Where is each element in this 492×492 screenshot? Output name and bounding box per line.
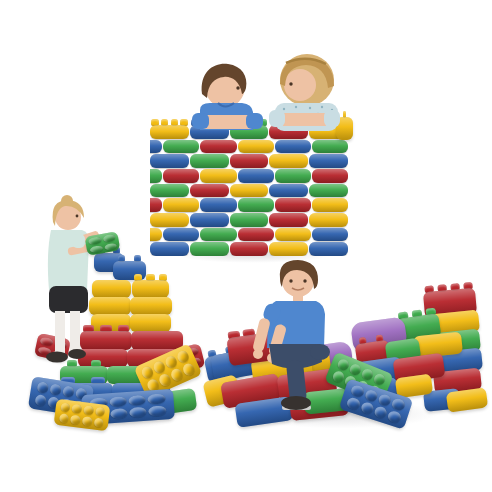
brick-red	[166, 343, 206, 375]
tower-girl-eye	[76, 215, 79, 218]
stud-dots	[140, 349, 195, 393]
wall-girl-eye	[289, 82, 292, 85]
wall-brick-green	[230, 213, 269, 227]
wall-brick-red	[230, 242, 269, 256]
stud-dot	[49, 383, 62, 396]
wall-brick-green	[200, 228, 236, 242]
stud-tab	[437, 284, 447, 292]
brick-purple	[350, 316, 408, 353]
wall-brick-red	[190, 184, 229, 198]
stud-dot	[181, 362, 196, 377]
wall-brick-red	[163, 169, 199, 183]
tower-girl-shorts	[49, 286, 88, 313]
brick-yellow	[134, 343, 203, 398]
stud-tab	[412, 310, 422, 318]
wall-brick-yellow	[312, 198, 348, 212]
stud-tab	[463, 282, 473, 290]
product-photo-stage	[0, 0, 492, 492]
brick-red	[423, 288, 477, 318]
plane-boy-eye-left	[289, 279, 292, 282]
wall-brick-green	[150, 184, 189, 198]
tower-girl-sleeve	[72, 234, 85, 248]
wall-brick-red	[238, 228, 274, 242]
stud-tab	[161, 119, 168, 126]
brick-red	[355, 340, 392, 367]
wall-brick-blue	[238, 169, 274, 183]
stud-tab	[424, 285, 434, 293]
stud-tab	[171, 119, 178, 126]
wall-brick-yellow	[238, 140, 274, 154]
wall-girl-sleeve-right	[324, 110, 340, 127]
wall-brick-red	[150, 198, 162, 212]
wall-brick-blue	[150, 242, 189, 256]
brick-wall	[150, 125, 348, 256]
stud-tab	[159, 274, 167, 281]
wall-brick-red	[275, 198, 311, 212]
wall-brick-yellow	[269, 242, 308, 256]
plane-boy-neck	[293, 295, 303, 302]
stud-dot	[172, 360, 187, 371]
brick-red	[127, 349, 179, 367]
stud-dot	[146, 378, 161, 393]
wall-row-6	[150, 198, 348, 212]
wall-boy-sleeve-left	[192, 113, 209, 129]
wall-brick-yellow	[269, 154, 308, 168]
stud-dot	[184, 347, 199, 358]
brick-green	[385, 338, 422, 365]
stud-dot	[140, 365, 155, 380]
wall-brick-green	[150, 169, 162, 183]
brick-yellow	[130, 297, 172, 315]
tower-girl-leg-back	[55, 311, 65, 354]
brick-yellow	[413, 332, 463, 359]
tower-girl-leg-front	[70, 311, 80, 352]
wall-brick-yellow	[163, 198, 199, 212]
brick-yellow	[130, 314, 171, 332]
wall-brick-blue	[309, 154, 348, 168]
wall-brick-green	[275, 169, 311, 183]
plane-boy-shoe	[281, 396, 311, 410]
wall-brick-yellow	[309, 213, 348, 227]
stud-tab	[91, 377, 104, 384]
wall-brick-yellow	[150, 213, 189, 227]
wall-brick-yellow	[200, 169, 236, 183]
wall-brick-blue	[269, 184, 308, 198]
wall-brick-green	[312, 140, 348, 154]
wall-brick-yellow	[275, 228, 311, 242]
wall-brick-green	[309, 184, 348, 198]
wall-brick-green	[163, 140, 199, 154]
stud-tab	[450, 283, 460, 291]
plane-boy-knee	[310, 344, 330, 360]
wall-row-7	[150, 213, 348, 227]
wall-brick-red	[269, 213, 308, 227]
stud-tab	[398, 311, 408, 319]
brick-green	[397, 313, 442, 343]
wall-brick-yellow	[150, 228, 162, 242]
wall-boy	[186, 58, 268, 136]
plane-boy	[236, 256, 356, 414]
stud-dot	[360, 367, 375, 382]
stud-dot	[62, 385, 75, 398]
brick-yellow	[429, 309, 480, 336]
stud-dot	[355, 379, 370, 394]
wall-girl-hand	[307, 116, 314, 123]
wall-brick-red	[200, 140, 236, 154]
stud-dots	[169, 347, 201, 372]
stud-dot	[158, 372, 173, 387]
wall-row-4	[150, 169, 348, 183]
wall-brick-green	[238, 198, 274, 212]
stud-dot	[373, 372, 388, 387]
wall-boy-eye	[236, 86, 239, 89]
stud-tab	[146, 274, 154, 281]
brick-green	[432, 329, 481, 356]
plane-boy-eye-right	[303, 279, 306, 282]
stud-dot	[169, 367, 184, 382]
brick-red	[131, 331, 183, 350]
wall-row-3	[150, 154, 348, 168]
stud-tab	[207, 349, 216, 357]
wall-row-2	[150, 140, 348, 154]
brick-yellow	[132, 280, 169, 298]
stud-tab	[61, 377, 74, 384]
wall-girl-face	[284, 69, 316, 101]
wall-brick-blue	[150, 140, 162, 154]
wall-brick-red	[312, 169, 348, 183]
wall-boy-hand	[216, 119, 223, 126]
wall-brick-blue	[190, 213, 229, 227]
wall-brick-green	[190, 154, 229, 168]
stud-dot	[187, 356, 202, 367]
wall-row-8	[150, 228, 348, 242]
brick-red	[433, 368, 482, 395]
wall-brick-blue	[163, 228, 199, 242]
stud-dot	[175, 349, 190, 364]
wall-brick-blue	[150, 154, 189, 168]
plane-boy-hand-left	[253, 349, 263, 359]
wall-brick-yellow	[230, 184, 269, 198]
stud-tab	[151, 119, 158, 126]
wall-brick-blue	[275, 140, 311, 154]
stud-tab	[225, 346, 234, 354]
stud-dot	[152, 360, 167, 375]
wall-girl-sleeve-left	[269, 110, 285, 127]
stud-tab	[134, 274, 142, 281]
wall-brick-blue	[312, 228, 348, 242]
wall-brick-yellow	[150, 125, 189, 139]
stud-tab	[426, 308, 436, 316]
stud-dot	[164, 354, 179, 369]
stud-tab	[375, 334, 383, 342]
wall-girl	[258, 50, 350, 136]
tower-girl-shoe-front	[68, 349, 86, 359]
wall-brick-green	[190, 242, 229, 256]
stud-dot	[36, 381, 49, 394]
tower-floor-shadow	[24, 398, 209, 434]
wall-brick-blue	[200, 198, 236, 212]
stud-dot	[169, 350, 184, 361]
tower-girl	[32, 192, 124, 374]
wall-row-5	[150, 184, 348, 198]
wall-row-9	[150, 242, 348, 256]
brick-red	[393, 353, 446, 384]
stud-tab	[359, 337, 367, 345]
stud-tab	[134, 255, 141, 262]
brick-blue	[435, 348, 483, 375]
wall-brick-blue	[309, 242, 348, 256]
wall-brick-red	[230, 154, 269, 168]
tower-girl-shoe-back	[46, 352, 68, 363]
